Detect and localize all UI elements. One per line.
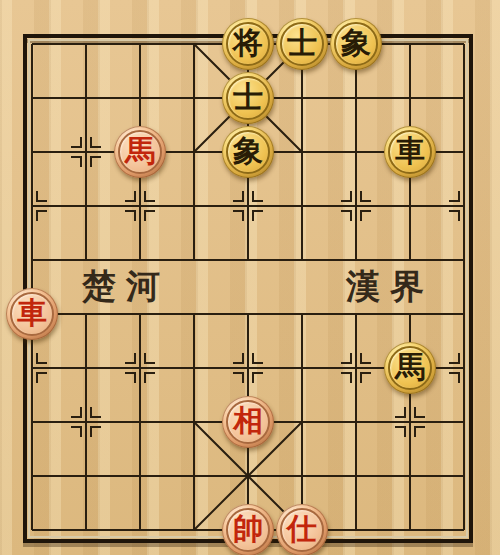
piece-glyph: 馬 (125, 136, 155, 166)
piece-glyph: 車 (17, 298, 47, 328)
xiangqi-board[interactable]: 楚河 漢界 将士象士馬象車車馬相帥仕 (0, 0, 500, 555)
black-advisor[interactable]: 士 (222, 72, 274, 124)
black-chariot[interactable]: 車 (384, 126, 436, 178)
piece-glyph: 将 (233, 28, 263, 58)
black-elephant[interactable]: 象 (222, 126, 274, 178)
piece-glyph: 相 (233, 406, 263, 436)
red-horse[interactable]: 馬 (114, 126, 166, 178)
piece-glyph: 象 (233, 136, 263, 166)
piece-glyph: 帥 (233, 514, 263, 544)
piece-glyph: 士 (233, 82, 263, 112)
black-horse[interactable]: 馬 (384, 342, 436, 394)
black-elephant[interactable]: 象 (330, 18, 382, 70)
piece-glyph: 馬 (395, 352, 425, 382)
red-advisor[interactable]: 仕 (276, 504, 328, 555)
piece-glyph: 士 (287, 28, 317, 58)
red-chariot[interactable]: 車 (6, 288, 58, 340)
black-general[interactable]: 将 (222, 18, 274, 70)
black-advisor[interactable]: 士 (276, 18, 328, 70)
piece-glyph: 車 (395, 136, 425, 166)
piece-glyph: 象 (341, 28, 371, 58)
red-general[interactable]: 帥 (222, 504, 274, 555)
red-elephant[interactable]: 相 (222, 396, 274, 448)
piece-glyph: 仕 (287, 514, 317, 544)
piece-layer[interactable]: 将士象士馬象車車馬相帥仕 (5, 17, 491, 555)
